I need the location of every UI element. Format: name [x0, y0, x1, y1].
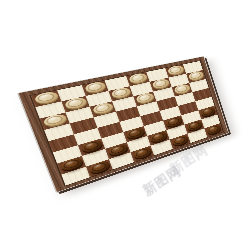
checker-piece-light[interactable] [83, 81, 106, 94]
checker-piece-dark[interactable] [107, 142, 129, 157]
checker-piece-light[interactable] [33, 90, 59, 104]
checker-piece-dark[interactable] [199, 106, 215, 118]
checker-piece-light[interactable] [128, 72, 148, 84]
checkers-board [17, 56, 229, 193]
checker-piece-dark[interactable] [88, 159, 111, 174]
checker-piece-light[interactable] [187, 70, 204, 81]
checker-piece-light[interactable] [91, 101, 113, 115]
checker-piece-dark[interactable] [59, 156, 84, 172]
checker-piece-light[interactable] [42, 113, 68, 128]
checker-piece-dark[interactable] [80, 139, 103, 154]
checker-piece-light[interactable] [151, 78, 170, 90]
checker-piece-light[interactable] [110, 86, 131, 99]
checker-piece-light[interactable] [135, 92, 155, 105]
checker-piece-dark[interactable] [171, 134, 189, 147]
checker-piece-dark[interactable] [205, 123, 221, 135]
checker-piece-dark[interactable] [132, 146, 152, 160]
checker-piece-dark[interactable] [149, 130, 168, 143]
checker-piece-dark[interactable] [164, 115, 182, 128]
checkers-scene: 新图网 新图网 [0, 0, 250, 240]
piece-layer [19, 57, 229, 192]
checker-piece-light[interactable] [166, 64, 184, 75]
checker-piece-light[interactable] [173, 83, 191, 95]
checker-piece-dark[interactable] [185, 120, 202, 132]
checker-piece-light[interactable] [63, 96, 87, 110]
checker-piece-dark[interactable] [125, 126, 146, 140]
